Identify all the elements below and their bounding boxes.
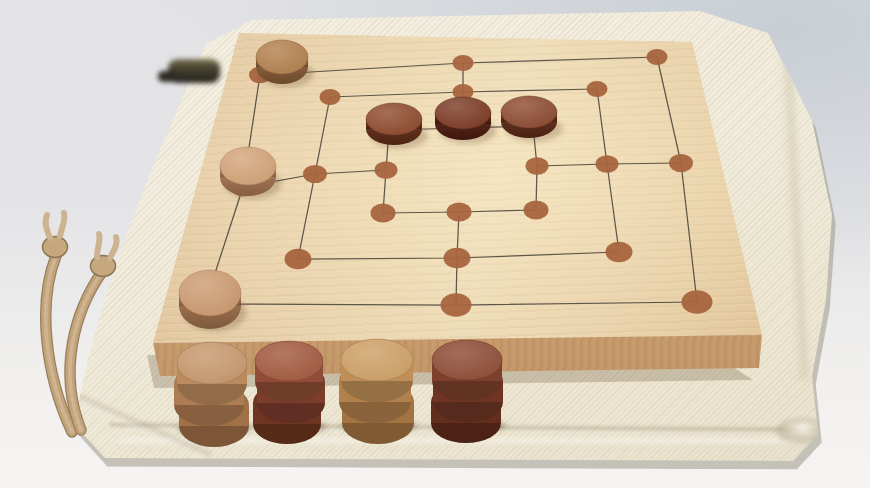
board-point-d7 <box>453 55 474 71</box>
board-point-b4 <box>303 165 327 183</box>
reserve-stack-2-dark <box>253 341 327 444</box>
board-line-g7-g1 <box>657 57 697 302</box>
board-markings-and-pieces <box>0 0 870 488</box>
reserve-stack-1-light <box>174 342 251 447</box>
rope-knot <box>43 237 68 258</box>
scene-photo <box>0 0 870 488</box>
reserve-stack-3-light <box>339 339 417 444</box>
board-point-b6 <box>320 89 341 105</box>
drawstring-rope <box>43 213 117 432</box>
board-point-f2 <box>606 242 633 263</box>
board-point-g7 <box>647 49 668 65</box>
reserve-stack-4-dark <box>431 340 506 443</box>
board-point-f6 <box>587 81 608 97</box>
rope-frayed-tip <box>60 213 65 236</box>
board-point-c3 <box>371 204 396 223</box>
board-point-e3 <box>524 201 549 220</box>
piece-light-a1 <box>179 270 247 331</box>
board-point-g4 <box>669 154 693 172</box>
board-point-b2 <box>285 249 312 270</box>
piece-dark-d5 <box>435 97 497 144</box>
piece-dark-c5 <box>366 103 428 149</box>
piece-dark-e5 <box>501 96 563 142</box>
piece-light-a7 <box>256 40 314 88</box>
rope-frayed-tip <box>46 215 50 238</box>
board-point-d3 <box>447 203 472 222</box>
board-point-e4 <box>526 157 549 174</box>
board-point-f4 <box>596 155 619 172</box>
rope-frayed-tip <box>97 234 100 257</box>
board-point-c4 <box>375 161 398 178</box>
board-point-g1 <box>682 290 713 314</box>
board-point-d2 <box>444 248 471 269</box>
rope-frayed-tip <box>110 237 117 258</box>
board-point-d1 <box>441 293 472 317</box>
piece-light-a4 <box>220 147 282 199</box>
